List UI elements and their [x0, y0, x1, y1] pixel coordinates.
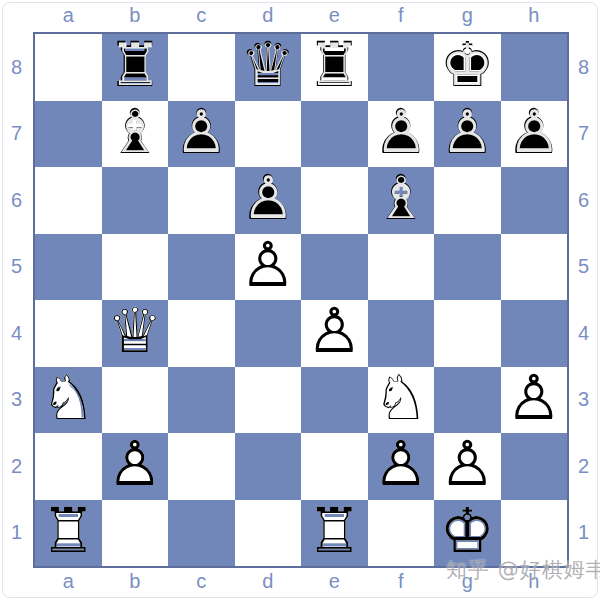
square-d6[interactable]: ♟♙ [235, 167, 302, 234]
piece-outline: ♖ [303, 34, 366, 97]
coordinate-label-f: f [368, 566, 435, 596]
square-b2[interactable]: ♟♙ [102, 433, 169, 500]
piece-outline: ♘ [368, 365, 435, 432]
square-f8[interactable] [368, 34, 435, 101]
square-g3[interactable] [434, 367, 501, 434]
square-d3[interactable] [235, 367, 302, 434]
square-f5[interactable] [368, 234, 435, 301]
square-h2[interactable] [501, 433, 568, 500]
coordinate-label-a: a [35, 566, 102, 596]
square-g7[interactable]: ♟♙ [434, 101, 501, 168]
square-h6[interactable] [501, 167, 568, 234]
black-bishop-f6[interactable]: ♝♗ [368, 167, 435, 234]
square-b7[interactable]: ♝♗ [102, 101, 169, 168]
piece-outline: ♖ [301, 498, 368, 565]
coordinate-label-d: d [235, 566, 302, 596]
square-c3[interactable] [168, 367, 235, 434]
square-d8[interactable]: ♛♕ [235, 34, 302, 101]
piece-outline: ♙ [236, 167, 299, 230]
square-c1[interactable] [168, 500, 235, 567]
piece-outline: ♔ [434, 498, 501, 565]
square-h3[interactable]: ♟♙ [501, 367, 568, 434]
coordinate-label-a: a [35, 0, 102, 30]
black-queen-d8[interactable]: ♛♕ [235, 34, 302, 101]
square-g6[interactable] [434, 167, 501, 234]
square-b6[interactable] [102, 167, 169, 234]
coordinate-label-h: h [501, 0, 568, 30]
square-b1[interactable] [102, 500, 169, 567]
coordinate-label-7: 7 [567, 101, 600, 168]
square-d2[interactable] [235, 433, 302, 500]
chess-diagram-page: { "game": "chess", "position": { "fen_pi… [0, 0, 600, 600]
chess-board: ♜♖♛♕♜♖♚♔♝♗♟♙♟♙♟♙♟♙♟♙♝♗♟♙♛♕♟♙♞♘♞♘♟♙♟♙♟♙♟♙… [33, 32, 569, 568]
piece-outline: ♙ [301, 298, 368, 365]
square-f2[interactable]: ♟♙ [368, 433, 435, 500]
piece-outline: ♕ [102, 298, 169, 365]
coordinate-label-g: g [434, 0, 501, 30]
coordinate-label-d: d [235, 0, 302, 30]
black-pawn-f7[interactable]: ♟♙ [368, 101, 435, 168]
square-g5[interactable] [434, 234, 501, 301]
piece-outline: ♔ [436, 34, 499, 97]
piece-outline: ♕ [236, 34, 299, 97]
coordinate-label-3: 3 [567, 367, 600, 434]
square-c5[interactable] [168, 234, 235, 301]
square-g8[interactable]: ♚♔ [434, 34, 501, 101]
coordinate-label-3: 3 [0, 367, 33, 434]
square-g4[interactable] [434, 300, 501, 367]
square-e7[interactable] [301, 101, 368, 168]
black-pawn-d6[interactable]: ♟♙ [235, 167, 302, 234]
piece-outline: ♙ [368, 431, 435, 498]
square-f1[interactable] [368, 500, 435, 567]
square-e5[interactable] [301, 234, 368, 301]
square-b3[interactable] [102, 367, 169, 434]
coordinate-label-2: 2 [0, 433, 33, 500]
piece-outline: ♘ [35, 365, 102, 432]
white-queen-b4[interactable]: ♛♕ [102, 300, 169, 367]
white-pawn-f2[interactable]: ♟♙ [368, 433, 435, 500]
coordinate-label-7: 7 [0, 101, 33, 168]
coordinate-label-2: 2 [567, 433, 600, 500]
square-d4[interactable] [235, 300, 302, 367]
square-a1[interactable]: ♜♖ [35, 500, 102, 567]
square-a5[interactable] [35, 234, 102, 301]
white-knight-a3[interactable]: ♞♘ [35, 367, 102, 434]
coordinate-label-b: b [102, 0, 169, 30]
square-f4[interactable] [368, 300, 435, 367]
piece-outline: ♙ [369, 100, 432, 163]
square-b8[interactable]: ♜♖ [102, 34, 169, 101]
coordinate-label-1: 1 [0, 500, 33, 567]
coordinate-label-8: 8 [567, 34, 600, 101]
square-h8[interactable] [501, 34, 568, 101]
piece-outline: ♗ [369, 167, 432, 230]
black-rook-e8[interactable]: ♜♖ [301, 34, 368, 101]
piece-outline: ♙ [501, 365, 568, 432]
piece-outline: ♙ [502, 100, 565, 163]
coordinate-label-5: 5 [567, 234, 600, 301]
square-e1[interactable]: ♜♖ [301, 500, 368, 567]
coordinate-label-c: c [168, 566, 235, 596]
square-a8[interactable] [35, 34, 102, 101]
black-bishop-b7[interactable]: ♝♗ [102, 101, 169, 168]
square-e6[interactable] [301, 167, 368, 234]
square-a2[interactable] [35, 433, 102, 500]
coordinate-label-8: 8 [0, 34, 33, 101]
square-a7[interactable] [35, 101, 102, 168]
square-e8[interactable]: ♜♖ [301, 34, 368, 101]
coordinate-label-6: 6 [0, 167, 33, 234]
white-pawn-d5[interactable]: ♟♙ [235, 234, 302, 301]
piece-outline: ♙ [102, 431, 169, 498]
piece-outline: ♙ [170, 100, 233, 163]
square-d5[interactable]: ♟♙ [235, 234, 302, 301]
white-pawn-g2[interactable]: ♟♙ [434, 433, 501, 500]
rank-labels-right: 87654321 [567, 34, 600, 566]
square-b4[interactable]: ♛♕ [102, 300, 169, 367]
coordinate-label-c: c [168, 0, 235, 30]
piece-outline: ♖ [35, 498, 102, 565]
coordinate-label-e: e [301, 566, 368, 596]
black-king-g8[interactable]: ♚♔ [434, 34, 501, 101]
coordinate-label-b: b [102, 566, 169, 596]
coordinate-label-6: 6 [567, 167, 600, 234]
rank-labels-left: 87654321 [0, 34, 33, 566]
white-knight-f3[interactable]: ♞♘ [368, 367, 435, 434]
black-pawn-h7[interactable]: ♟♙ [501, 101, 568, 168]
square-h7[interactable]: ♟♙ [501, 101, 568, 168]
piece-outline: ♙ [235, 232, 302, 299]
watermark-text: 知乎 @好棋姆韦 [446, 556, 600, 584]
square-a4[interactable] [35, 300, 102, 367]
square-e2[interactable] [301, 433, 368, 500]
piece-outline: ♙ [434, 431, 501, 498]
coordinate-label-4: 4 [0, 300, 33, 367]
square-f7[interactable]: ♟♙ [368, 101, 435, 168]
black-pawn-c7[interactable]: ♟♙ [168, 101, 235, 168]
square-c2[interactable] [168, 433, 235, 500]
square-b5[interactable] [102, 234, 169, 301]
square-e4[interactable]: ♟♙ [301, 300, 368, 367]
white-rook-e1[interactable]: ♜♖ [301, 500, 368, 567]
square-d7[interactable] [235, 101, 302, 168]
white-pawn-h3[interactable]: ♟♙ [501, 367, 568, 434]
square-g2[interactable]: ♟♙ [434, 433, 501, 500]
white-pawn-e4[interactable]: ♟♙ [301, 300, 368, 367]
square-h4[interactable] [501, 300, 568, 367]
square-f3[interactable]: ♞♘ [368, 367, 435, 434]
coordinate-label-f: f [368, 0, 435, 30]
black-rook-b8[interactable]: ♜♖ [102, 34, 169, 101]
square-d1[interactable] [235, 500, 302, 567]
square-f6[interactable]: ♝♗ [368, 167, 435, 234]
square-e3[interactable] [301, 367, 368, 434]
piece-outline: ♗ [103, 100, 166, 163]
black-pawn-g7[interactable]: ♟♙ [434, 101, 501, 168]
coordinate-label-5: 5 [0, 234, 33, 301]
white-rook-a1[interactable]: ♜♖ [35, 500, 102, 567]
square-c4[interactable] [168, 300, 235, 367]
square-c6[interactable] [168, 167, 235, 234]
piece-outline: ♙ [436, 100, 499, 163]
file-labels-top: abcdefgh [35, 0, 567, 30]
coordinate-label-e: e [301, 0, 368, 30]
square-c7[interactable]: ♟♙ [168, 101, 235, 168]
square-a6[interactable] [35, 167, 102, 234]
coordinate-label-4: 4 [567, 300, 600, 367]
piece-outline: ♖ [103, 34, 166, 97]
white-pawn-b2[interactable]: ♟♙ [102, 433, 169, 500]
square-a3[interactable]: ♞♘ [35, 367, 102, 434]
square-h5[interactable] [501, 234, 568, 301]
square-c8[interactable] [168, 34, 235, 101]
